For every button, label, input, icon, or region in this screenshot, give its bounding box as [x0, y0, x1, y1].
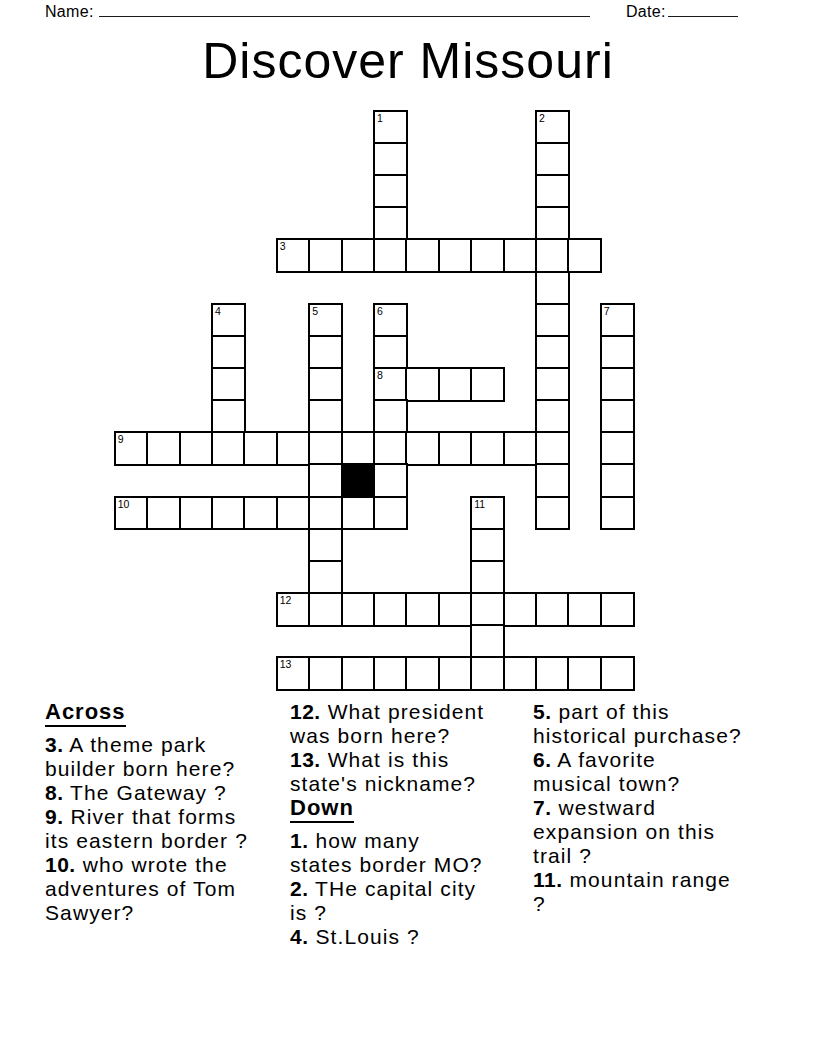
puzzle-title: Discover Missouri	[0, 33, 816, 89]
grid-cell-r10c9[interactable]	[405, 431, 440, 466]
grid-cell-r4c13[interactable]	[535, 238, 570, 273]
clue-5: 5. part of thishistorical purchase?	[533, 700, 742, 748]
grid-cell-r7c15[interactable]	[600, 335, 635, 370]
clue-1: 1. how manystates border MO?	[290, 829, 484, 877]
grid-cell-r10c6[interactable]	[308, 431, 343, 466]
grid-cell-r2c13[interactable]	[535, 174, 570, 209]
grid-cell-r10c7[interactable]	[341, 431, 376, 466]
grid-cell-r0c8[interactable]: 1	[373, 110, 408, 145]
clue-6-line-2: musical town?	[533, 772, 742, 796]
grid-cell-r4c8[interactable]	[373, 238, 408, 273]
clue-1-line-1: 1. how many	[290, 829, 484, 853]
grid-cell-r17c13[interactable]	[535, 656, 570, 691]
clue-10: 10. who wrote theadventures of TomSawyer…	[45, 853, 248, 925]
clue-number-8: 8	[377, 369, 383, 381]
grid-cell-r15c13[interactable]	[535, 592, 570, 627]
grid-cell-r4c7[interactable]	[341, 238, 376, 273]
clue-12: 12. What presidentwas born here?	[290, 700, 484, 748]
grid-cell-r9c8[interactable]	[373, 399, 408, 434]
grid-cell-r12c11[interactable]: 11	[470, 496, 505, 531]
clue-number-7: 7	[604, 305, 610, 317]
clue-13-line-2: state's nickname?	[290, 772, 484, 796]
grid-cell-r11c13[interactable]	[535, 463, 570, 498]
grid-cell-r12c15[interactable]	[600, 496, 635, 531]
grid-cell-r15c8[interactable]	[373, 592, 408, 627]
grid-cell-r17c12[interactable]	[503, 656, 538, 691]
clue-7-line-2: expansion on this	[533, 820, 742, 844]
grid-cell-r8c15[interactable]	[600, 367, 635, 402]
grid-cell-r7c13[interactable]	[535, 335, 570, 370]
clue-7-line-3: trail ?	[533, 844, 742, 868]
grid-cell-r2c8[interactable]	[373, 174, 408, 209]
clue-4: 4. St.Louis ?	[290, 925, 484, 949]
grid-cell-r15c12[interactable]	[503, 592, 538, 627]
name-label: Name:	[45, 3, 94, 21]
clue-7-line-1: 7. westward	[533, 796, 742, 820]
grid-cell-r4c5[interactable]: 3	[276, 238, 311, 273]
grid-cell-r7c8[interactable]	[373, 335, 408, 370]
grid-cell-r3c8[interactable]	[373, 206, 408, 241]
grid-cell-r4c11[interactable]	[470, 238, 505, 273]
grid-cell-r16c11[interactable]	[470, 624, 505, 659]
clue-number-12: 12	[280, 594, 292, 606]
clue-3-line-2: builder born here?	[45, 757, 248, 781]
grid-cell-r17c15[interactable]	[600, 656, 635, 691]
clue-11-line-2: ?	[533, 892, 742, 916]
grid-cell-r15c10[interactable]	[438, 592, 473, 627]
date-blank-line	[668, 16, 738, 17]
clue-4-line-1: 4. St.Louis ?	[290, 925, 484, 949]
grid-cell-r4c10[interactable]	[438, 238, 473, 273]
grid-cell-r7c3[interactable]	[211, 335, 246, 370]
grid-cell-r8c8[interactable]: 8	[373, 367, 408, 402]
clue-1-line-2: states border MO?	[290, 853, 484, 877]
clue-number-2: 2	[539, 112, 545, 124]
grid-cell-r10c0[interactable]: 9	[114, 431, 149, 466]
clue-9: 9. River that formsits eastern border ?	[45, 805, 248, 853]
clue-10-line-2: adventures of Tom	[45, 877, 248, 901]
grid-cell-r10c13[interactable]	[535, 431, 570, 466]
grid-cell-r12c13[interactable]	[535, 496, 570, 531]
clues-column-3: 5. part of thishistorical purchase?6. A …	[533, 700, 742, 916]
clues-column-1: Across3. A theme parkbuilder born here?8…	[45, 700, 248, 925]
grid-cell-r11c8[interactable]	[373, 463, 408, 498]
clue-number-5: 5	[312, 305, 318, 317]
grid-cell-r8c10[interactable]	[438, 367, 473, 402]
grid-cell-r10c11[interactable]	[470, 431, 505, 466]
clue-8-line-1: 8. The Gateway ?	[45, 781, 248, 805]
clue-7: 7. westwardexpansion on thistrail ?	[533, 796, 742, 868]
grid-cell-r10c5[interactable]	[276, 431, 311, 466]
grid-cell-r15c15[interactable]	[600, 592, 635, 627]
grid-cell-r6c3[interactable]: 4	[211, 303, 246, 338]
clue-10-line-3: Sawyer?	[45, 901, 248, 925]
date-label: Date:	[626, 3, 666, 21]
grid-cell-r17c10[interactable]	[438, 656, 473, 691]
clue-number-1: 1	[377, 112, 383, 124]
grid-cell-r1c13[interactable]	[535, 142, 570, 177]
clue-9-line-1: 9. River that forms	[45, 805, 248, 829]
grid-cell-r14c6[interactable]	[308, 560, 343, 595]
grid-cell-r17c9[interactable]	[405, 656, 440, 691]
grid-cell-r8c13[interactable]	[535, 367, 570, 402]
grid-cell-r4c9[interactable]	[405, 238, 440, 273]
grid-cell-r5c13[interactable]	[535, 271, 570, 306]
grid-cell-r15c11[interactable]	[470, 592, 505, 627]
grid-cell-r3c13[interactable]	[535, 206, 570, 241]
clue-2-line-2: is ?	[290, 901, 484, 925]
clue-8: 8. The Gateway ?	[45, 781, 248, 805]
clue-number-13: 13	[280, 658, 292, 670]
clue-3-line-1: 3. A theme park	[45, 733, 248, 757]
clue-5-line-2: historical purchase?	[533, 724, 742, 748]
grid-cell-r12c8[interactable]	[373, 496, 408, 531]
grid-cell-r12c3[interactable]	[211, 496, 246, 531]
grid-cell-r12c0[interactable]: 10	[114, 496, 149, 531]
name-blank-line	[99, 16, 590, 17]
grid-cell-r6c15[interactable]: 7	[600, 303, 635, 338]
clue-9-line-2: its eastern border ?	[45, 829, 248, 853]
clue-6-line-1: 6. A favorite	[533, 748, 742, 772]
clue-number-10: 10	[118, 498, 130, 510]
grid-cell-r11c15[interactable]	[600, 463, 635, 498]
grid-cell-r15c14[interactable]	[567, 592, 602, 627]
grid-cell-r17c14[interactable]	[567, 656, 602, 691]
grid-cell-r15c7[interactable]	[341, 592, 376, 627]
grid-cell-r10c8[interactable]	[373, 431, 408, 466]
grid-cell-r1c8[interactable]	[373, 142, 408, 177]
grid-cell-r12c5[interactable]	[276, 496, 311, 531]
grid-cell-r10c3[interactable]	[211, 431, 246, 466]
clue-11: 11. mountain range?	[533, 868, 742, 916]
grid-cell-r10c4[interactable]	[243, 431, 278, 466]
grid-cell-r14c11[interactable]	[470, 560, 505, 595]
grid-cell-r15c6[interactable]	[308, 592, 343, 627]
clue-number-11: 11	[474, 498, 485, 510]
grid-cell-r6c13[interactable]	[535, 303, 570, 338]
clue-13-line-1: 13. What is this	[290, 748, 484, 772]
grid-cell-r12c1[interactable]	[146, 496, 181, 531]
grid-cell-r9c13[interactable]	[535, 399, 570, 434]
clue-13: 13. What is thisstate's nickname?	[290, 748, 484, 796]
grid-cell-r15c9[interactable]	[405, 592, 440, 627]
grid-cell-r8c6[interactable]	[308, 367, 343, 402]
grid-cell-r17c5[interactable]: 13	[276, 656, 311, 691]
grid-cell-r12c7[interactable]	[341, 496, 376, 531]
clue-number-3: 3	[280, 240, 286, 252]
grid-cell-r12c4[interactable]	[243, 496, 278, 531]
clue-10-line-1: 10. who wrote the	[45, 853, 248, 877]
grid-cell-r17c8[interactable]	[373, 656, 408, 691]
clue-11-line-1: 11. mountain range	[533, 868, 742, 892]
grid-cell-r17c11[interactable]	[470, 656, 505, 691]
clue-2: 2. THe capital cityis ?	[290, 877, 484, 925]
grid-cell-r13c6[interactable]	[308, 528, 343, 563]
grid-cell-r11c6[interactable]	[308, 463, 343, 498]
grid-cell-r6c8[interactable]: 6	[373, 303, 408, 338]
clue-3: 3. A theme parkbuilder born here?	[45, 733, 248, 781]
clues-column-2: 12. What presidentwas born here?13. What…	[290, 700, 484, 949]
grid-cell-r12c2[interactable]	[179, 496, 214, 531]
grid-cell-r13c11[interactable]	[470, 528, 505, 563]
grid-cell-r4c14[interactable]	[567, 238, 602, 273]
clue-12-line-1: 12. What president	[290, 700, 484, 724]
down-heading: Down	[290, 796, 354, 823]
grid-cell-r10c1[interactable]	[146, 431, 181, 466]
grid-cell-r9c3[interactable]	[211, 399, 246, 434]
clue-6: 6. A favoritemusical town?	[533, 748, 742, 796]
grid-cell-r15c5[interactable]: 12	[276, 592, 311, 627]
black-cell	[341, 463, 376, 498]
grid-cell-r8c9[interactable]	[405, 367, 440, 402]
grid-cell-r6c6[interactable]: 5	[308, 303, 343, 338]
grid-cell-r10c2[interactable]	[179, 431, 214, 466]
clue-number-9: 9	[118, 433, 124, 445]
grid-cell-r0c13[interactable]: 2	[535, 110, 570, 145]
grid-cell-r8c3[interactable]	[211, 367, 246, 402]
clue-number-4: 4	[215, 305, 221, 317]
grid-cell-r10c12[interactable]	[503, 431, 538, 466]
grid-cell-r4c12[interactable]	[503, 238, 538, 273]
clue-12-line-2: was born here?	[290, 724, 484, 748]
clue-5-line-1: 5. part of this	[533, 700, 742, 724]
across-heading: Across	[45, 700, 126, 727]
grid-cell-r9c15[interactable]	[600, 399, 635, 434]
clue-number-6: 6	[377, 305, 383, 317]
grid-cell-r9c6[interactable]	[308, 399, 343, 434]
grid-cell-r17c7[interactable]	[341, 656, 376, 691]
grid-cell-r4c6[interactable]	[308, 238, 343, 273]
grid-cell-r10c10[interactable]	[438, 431, 473, 466]
grid-cell-r17c6[interactable]	[308, 656, 343, 691]
grid-cell-r7c6[interactable]	[308, 335, 343, 370]
grid-cell-r8c11[interactable]	[470, 367, 505, 402]
grid-cell-r10c15[interactable]	[600, 431, 635, 466]
clue-2-line-1: 2. THe capital city	[290, 877, 484, 901]
grid-cell-r12c6[interactable]	[308, 496, 343, 531]
